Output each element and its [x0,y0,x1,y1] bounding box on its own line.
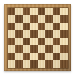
square-h1[interactable] [60,60,68,68]
square-g3[interactable] [53,45,61,53]
square-b5[interactable] [15,30,23,38]
square-c5[interactable] [23,30,31,38]
square-a7[interactable] [8,15,16,23]
square-c8[interactable] [23,8,31,16]
square-d2[interactable] [30,53,38,61]
square-b2[interactable] [15,53,23,61]
square-g1[interactable] [53,60,61,68]
square-d1[interactable] [30,60,38,68]
square-c2[interactable] [23,53,31,61]
square-e3[interactable] [38,45,46,53]
square-g2[interactable] [53,53,61,61]
square-d8[interactable] [30,8,38,16]
photo-background [0,0,75,75]
square-b4[interactable] [15,38,23,46]
square-d4[interactable] [30,38,38,46]
square-h7[interactable] [60,15,68,23]
square-g5[interactable] [53,30,61,38]
square-f3[interactable] [45,45,53,53]
square-e5[interactable] [38,30,46,38]
square-c6[interactable] [23,23,31,31]
square-b3[interactable] [15,45,23,53]
square-f1[interactable] [45,60,53,68]
square-g7[interactable] [53,15,61,23]
square-f6[interactable] [45,23,53,31]
square-h4[interactable] [60,38,68,46]
square-d3[interactable] [30,45,38,53]
square-d6[interactable] [30,23,38,31]
square-e1[interactable] [38,60,46,68]
square-e6[interactable] [38,23,46,31]
square-h6[interactable] [60,23,68,31]
square-c4[interactable] [23,38,31,46]
square-c3[interactable] [23,45,31,53]
square-b8[interactable] [15,8,23,16]
square-a1[interactable] [8,60,16,68]
square-h5[interactable] [60,30,68,38]
square-e8[interactable] [38,8,46,16]
square-g4[interactable] [53,38,61,46]
square-a2[interactable] [8,53,16,61]
square-f5[interactable] [45,30,53,38]
square-a6[interactable] [8,23,16,31]
square-a4[interactable] [8,38,16,46]
square-e2[interactable] [38,53,46,61]
square-c1[interactable] [23,60,31,68]
square-e4[interactable] [38,38,46,46]
square-f7[interactable] [45,15,53,23]
square-h2[interactable] [60,53,68,61]
square-f8[interactable] [45,8,53,16]
square-f2[interactable] [45,53,53,61]
square-e7[interactable] [38,15,46,23]
square-a5[interactable] [8,30,16,38]
square-d7[interactable] [30,15,38,23]
square-c7[interactable] [23,15,31,23]
square-g6[interactable] [53,23,61,31]
chessboard-frame [4,4,71,71]
square-g8[interactable] [53,8,61,16]
square-b7[interactable] [15,15,23,23]
square-d5[interactable] [30,30,38,38]
square-a3[interactable] [8,45,16,53]
square-h8[interactable] [60,8,68,16]
chessboard [8,8,68,68]
square-f4[interactable] [45,38,53,46]
square-h3[interactable] [60,45,68,53]
square-b1[interactable] [15,60,23,68]
square-b6[interactable] [15,23,23,31]
square-a8[interactable] [8,8,16,16]
